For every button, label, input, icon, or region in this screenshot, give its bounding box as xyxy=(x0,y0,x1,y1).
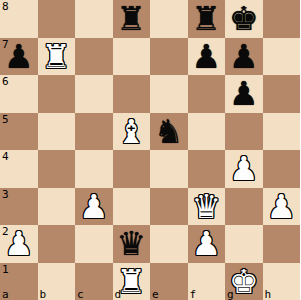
square-h7[interactable] xyxy=(263,38,301,76)
piece-black-pawn: ♟ xyxy=(225,38,263,76)
piece-black-queen: ♛ xyxy=(113,225,151,263)
piece-black-king: ♚ xyxy=(225,0,263,38)
square-a2[interactable]: 2♟ xyxy=(0,225,38,263)
file-label-d: d xyxy=(115,288,122,300)
file-label-e: e xyxy=(152,288,159,300)
chess-board: 8♜♜♚7♟♜♟♟6♟5♝♞4♟3♟♛♟2♟♛♟1abcd♜efg♚h xyxy=(0,0,300,300)
square-e6[interactable] xyxy=(150,75,188,113)
piece-white-pawn: ♟ xyxy=(263,188,301,226)
rank-label-8: 8 xyxy=(2,0,9,13)
rank-label-1: 1 xyxy=(2,263,9,276)
square-c2[interactable] xyxy=(75,225,113,263)
square-g4[interactable]: ♟ xyxy=(225,150,263,188)
square-c5[interactable] xyxy=(75,113,113,151)
square-b5[interactable] xyxy=(38,113,76,151)
piece-white-pawn: ♟ xyxy=(188,225,226,263)
piece-white-rook: ♜ xyxy=(113,263,151,300)
square-h6[interactable] xyxy=(263,75,301,113)
square-h1[interactable]: h xyxy=(263,263,301,300)
square-e5[interactable]: ♞ xyxy=(150,113,188,151)
square-f3[interactable]: ♛ xyxy=(188,188,226,226)
file-label-f: f xyxy=(190,288,197,300)
rank-label-6: 6 xyxy=(2,75,9,88)
square-f5[interactable] xyxy=(188,113,226,151)
square-f1[interactable]: f xyxy=(188,263,226,300)
piece-black-rook: ♜ xyxy=(188,0,226,38)
square-f6[interactable] xyxy=(188,75,226,113)
rank-label-3: 3 xyxy=(2,188,9,201)
square-f4[interactable] xyxy=(188,150,226,188)
square-f7[interactable]: ♟ xyxy=(188,38,226,76)
square-h3[interactable]: ♟ xyxy=(263,188,301,226)
square-g7[interactable]: ♟ xyxy=(225,38,263,76)
square-a1[interactable]: 1a xyxy=(0,263,38,300)
file-label-b: b xyxy=(40,288,47,300)
square-g3[interactable] xyxy=(225,188,263,226)
file-label-h: h xyxy=(265,288,272,300)
square-d4[interactable] xyxy=(113,150,151,188)
square-f2[interactable]: ♟ xyxy=(188,225,226,263)
square-d3[interactable] xyxy=(113,188,151,226)
square-b1[interactable]: b xyxy=(38,263,76,300)
square-h8[interactable] xyxy=(263,0,301,38)
square-g6[interactable]: ♟ xyxy=(225,75,263,113)
piece-black-pawn: ♟ xyxy=(188,38,226,76)
square-e7[interactable] xyxy=(150,38,188,76)
piece-white-pawn: ♟ xyxy=(75,188,113,226)
piece-white-pawn: ♟ xyxy=(0,225,38,263)
piece-black-pawn: ♟ xyxy=(225,75,263,113)
piece-black-knight: ♞ xyxy=(150,113,188,151)
square-a7[interactable]: 7♟ xyxy=(0,38,38,76)
square-b7[interactable]: ♜ xyxy=(38,38,76,76)
file-label-a: a xyxy=(2,288,9,300)
piece-black-rook: ♜ xyxy=(113,0,151,38)
square-a3[interactable]: 3 xyxy=(0,188,38,226)
square-b6[interactable] xyxy=(38,75,76,113)
square-g1[interactable]: g♚ xyxy=(225,263,263,300)
square-b4[interactable] xyxy=(38,150,76,188)
square-a4[interactable]: 4 xyxy=(0,150,38,188)
square-d1[interactable]: d♜ xyxy=(113,263,151,300)
piece-white-bishop: ♝ xyxy=(113,113,151,151)
file-label-c: c xyxy=(77,288,84,300)
square-e1[interactable]: e xyxy=(150,263,188,300)
square-c3[interactable]: ♟ xyxy=(75,188,113,226)
square-c4[interactable] xyxy=(75,150,113,188)
square-c7[interactable] xyxy=(75,38,113,76)
square-h5[interactable] xyxy=(263,113,301,151)
square-g8[interactable]: ♚ xyxy=(225,0,263,38)
rank-label-5: 5 xyxy=(2,113,9,126)
square-b2[interactable] xyxy=(38,225,76,263)
square-d8[interactable]: ♜ xyxy=(113,0,151,38)
square-c1[interactable]: c xyxy=(75,263,113,300)
square-h4[interactable] xyxy=(263,150,301,188)
file-label-g: g xyxy=(227,288,234,300)
square-e8[interactable] xyxy=(150,0,188,38)
square-e3[interactable] xyxy=(150,188,188,226)
square-c8[interactable] xyxy=(75,0,113,38)
rank-label-2: 2 xyxy=(2,225,9,238)
rank-label-7: 7 xyxy=(2,38,9,51)
square-b8[interactable] xyxy=(38,0,76,38)
square-c6[interactable] xyxy=(75,75,113,113)
square-d7[interactable] xyxy=(113,38,151,76)
square-f8[interactable]: ♜ xyxy=(188,0,226,38)
square-b3[interactable] xyxy=(38,188,76,226)
piece-white-rook: ♜ xyxy=(38,38,76,76)
square-e4[interactable] xyxy=(150,150,188,188)
square-a8[interactable]: 8 xyxy=(0,0,38,38)
square-d2[interactable]: ♛ xyxy=(113,225,151,263)
square-a6[interactable]: 6 xyxy=(0,75,38,113)
piece-white-pawn: ♟ xyxy=(225,150,263,188)
square-d6[interactable] xyxy=(113,75,151,113)
square-a5[interactable]: 5 xyxy=(0,113,38,151)
square-e2[interactable] xyxy=(150,225,188,263)
piece-white-king: ♚ xyxy=(225,263,263,300)
rank-label-4: 4 xyxy=(2,150,9,163)
piece-white-queen: ♛ xyxy=(188,188,226,226)
square-d5[interactable]: ♝ xyxy=(113,113,151,151)
square-g5[interactable] xyxy=(225,113,263,151)
square-h2[interactable] xyxy=(263,225,301,263)
piece-black-pawn: ♟ xyxy=(0,38,38,76)
square-g2[interactable] xyxy=(225,225,263,263)
